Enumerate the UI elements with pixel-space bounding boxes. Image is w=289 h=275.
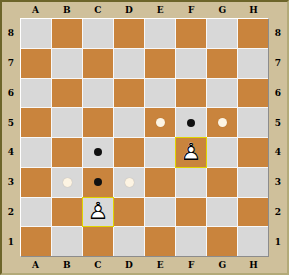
frame-corner	[269, 2, 287, 18]
square-g8[interactable]	[207, 19, 237, 48]
square-c5[interactable]	[83, 108, 113, 137]
file-labels-bottom: ABCDEFGH	[20, 257, 269, 273]
square-g2[interactable]	[207, 198, 237, 227]
rank-label-right-7: 7	[269, 48, 287, 78]
move-marker-white-dot[interactable]	[156, 118, 165, 127]
rank-labels-left: 87654321	[2, 18, 20, 257]
square-f8[interactable]	[176, 19, 206, 48]
rank-label-left-1: 1	[2, 227, 20, 257]
square-f3[interactable]	[176, 168, 206, 197]
square-d3[interactable]	[114, 168, 144, 197]
square-g6[interactable]	[207, 79, 237, 108]
frame-corner	[2, 257, 20, 273]
file-label-bottom-h: H	[238, 257, 269, 273]
file-label-top-e: E	[145, 2, 176, 18]
file-label-top-c: C	[82, 2, 113, 18]
square-b2[interactable]	[52, 198, 82, 227]
file-label-bottom-a: A	[20, 257, 51, 273]
square-b5[interactable]	[52, 108, 82, 137]
rank-labels-right: 87654321	[269, 18, 287, 257]
chess-board-window: ABCDEFGH 87654321 ♟♙♟♙ 87654321 ABCDEFGH	[0, 0, 289, 275]
square-h6[interactable]	[238, 79, 268, 108]
square-g5[interactable]	[207, 108, 237, 137]
square-e5[interactable]	[145, 108, 175, 137]
square-d6[interactable]	[114, 79, 144, 108]
square-c1[interactable]	[83, 227, 113, 256]
square-h2[interactable]	[238, 198, 268, 227]
chess-board: ♟♙♟♙	[20, 18, 269, 257]
square-a7[interactable]	[21, 49, 51, 78]
rank-label-right-4: 4	[269, 138, 287, 168]
square-f2[interactable]	[176, 198, 206, 227]
file-label-top-a: A	[20, 2, 51, 18]
square-g3[interactable]	[207, 168, 237, 197]
square-c4[interactable]	[83, 138, 113, 167]
square-g7[interactable]	[207, 49, 237, 78]
rank-label-left-4: 4	[2, 138, 20, 168]
move-marker-white-dot[interactable]	[63, 178, 72, 187]
rank-label-left-7: 7	[2, 48, 20, 78]
pawn-glyph-outline: ♙	[85, 198, 112, 225]
square-h5[interactable]	[238, 108, 268, 137]
rank-label-right-5: 5	[269, 108, 287, 138]
square-d5[interactable]	[114, 108, 144, 137]
white-pawn[interactable]: ♟♙	[85, 198, 112, 225]
rank-label-right-8: 8	[269, 18, 287, 48]
file-label-top-g: G	[207, 2, 238, 18]
file-label-bottom-d: D	[113, 257, 144, 273]
square-f5[interactable]	[176, 108, 206, 137]
move-marker-white-dot[interactable]	[218, 118, 227, 127]
rank-label-left-6: 6	[2, 78, 20, 108]
square-c7[interactable]	[83, 49, 113, 78]
move-marker-white-dot[interactable]	[125, 178, 134, 187]
square-d7[interactable]	[114, 49, 144, 78]
rank-label-right-2: 2	[269, 197, 287, 227]
square-e3[interactable]	[145, 168, 175, 197]
square-e8[interactable]	[145, 19, 175, 48]
square-h4[interactable]	[238, 138, 268, 167]
square-d2[interactable]	[114, 198, 144, 227]
pawn-glyph-outline: ♙	[178, 139, 205, 166]
square-c8[interactable]	[83, 19, 113, 48]
rank-label-left-3: 3	[2, 167, 20, 197]
square-b6[interactable]	[52, 79, 82, 108]
square-e2[interactable]	[145, 198, 175, 227]
square-a8[interactable]	[21, 19, 51, 48]
file-label-bottom-g: G	[207, 257, 238, 273]
square-b3[interactable]	[52, 168, 82, 197]
square-a5[interactable]	[21, 108, 51, 137]
square-d4[interactable]	[114, 138, 144, 167]
square-b7[interactable]	[52, 49, 82, 78]
square-a3[interactable]	[21, 168, 51, 197]
square-h8[interactable]	[238, 19, 268, 48]
rank-label-right-6: 6	[269, 78, 287, 108]
rank-label-right-1: 1	[269, 227, 287, 257]
square-g1[interactable]	[207, 227, 237, 256]
square-e6[interactable]	[145, 79, 175, 108]
square-e1[interactable]	[145, 227, 175, 256]
frame-corner	[2, 2, 20, 18]
frame-corner	[269, 257, 287, 273]
file-label-top-f: F	[176, 2, 207, 18]
file-label-bottom-e: E	[145, 257, 176, 273]
square-b4[interactable]	[52, 138, 82, 167]
rank-label-right-3: 3	[269, 167, 287, 197]
square-d1[interactable]	[114, 227, 144, 256]
square-f4[interactable]: ♟♙	[176, 138, 206, 167]
file-label-bottom-b: B	[51, 257, 82, 273]
square-h1[interactable]	[238, 227, 268, 256]
file-label-top-h: H	[238, 2, 269, 18]
file-label-top-b: B	[51, 2, 82, 18]
square-h3[interactable]	[238, 168, 268, 197]
rank-label-left-2: 2	[2, 197, 20, 227]
square-a2[interactable]	[21, 198, 51, 227]
rank-label-left-8: 8	[2, 18, 20, 48]
file-label-bottom-c: C	[82, 257, 113, 273]
square-f1[interactable]	[176, 227, 206, 256]
square-a4[interactable]	[21, 138, 51, 167]
square-f6[interactable]	[176, 79, 206, 108]
square-g4[interactable]	[207, 138, 237, 167]
square-h7[interactable]	[238, 49, 268, 78]
move-marker-black-dot[interactable]	[94, 178, 102, 186]
white-pawn[interactable]: ♟♙	[178, 139, 205, 166]
square-d8[interactable]	[114, 19, 144, 48]
rank-label-left-5: 5	[2, 108, 20, 138]
square-c6[interactable]	[83, 79, 113, 108]
square-a1[interactable]	[21, 227, 51, 256]
square-c2[interactable]: ♟♙	[83, 198, 113, 227]
file-label-bottom-f: F	[176, 257, 207, 273]
square-e4[interactable]	[145, 138, 175, 167]
file-label-top-d: D	[113, 2, 144, 18]
square-b8[interactable]	[52, 19, 82, 48]
square-e7[interactable]	[145, 49, 175, 78]
square-b1[interactable]	[52, 227, 82, 256]
square-a6[interactable]	[21, 79, 51, 108]
square-f7[interactable]	[176, 49, 206, 78]
move-marker-black-dot[interactable]	[187, 119, 195, 127]
move-marker-black-dot[interactable]	[94, 148, 102, 156]
square-c3[interactable]	[83, 168, 113, 197]
file-labels-top: ABCDEFGH	[20, 2, 269, 18]
